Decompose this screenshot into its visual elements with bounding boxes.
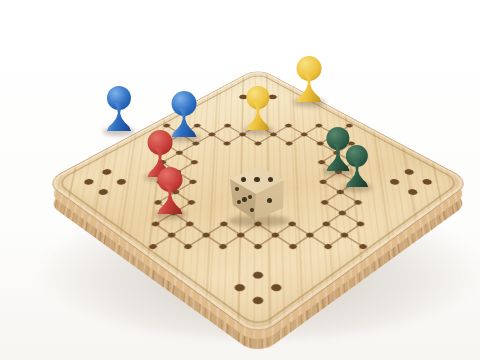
- peg-body: [245, 103, 272, 130]
- die[interactable]: [228, 164, 288, 222]
- peg-body: [105, 103, 133, 131]
- peg-body: [344, 161, 370, 187]
- peg-green-2[interactable]: [344, 145, 370, 187]
- peg-body: [295, 73, 324, 102]
- peg-body: [156, 185, 185, 214]
- scene: [0, 0, 480, 360]
- peg-red-2[interactable]: [156, 167, 185, 214]
- peg-yellow-1[interactable]: [245, 86, 272, 130]
- pieces-layer: [0, 0, 480, 360]
- peg-blue-1[interactable]: [105, 86, 133, 131]
- peg-yellow-2[interactable]: [295, 56, 324, 102]
